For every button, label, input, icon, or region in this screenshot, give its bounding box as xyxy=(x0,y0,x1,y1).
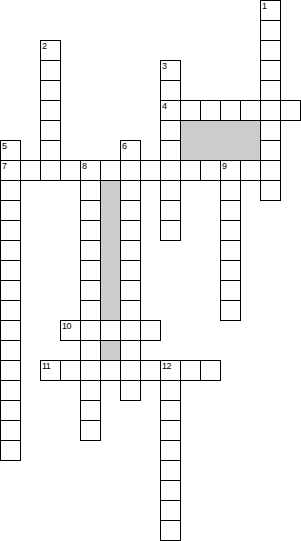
answer-cell[interactable] xyxy=(160,420,181,441)
answer-cell[interactable] xyxy=(180,160,201,181)
answer-cell[interactable] xyxy=(160,140,181,161)
answer-cell[interactable] xyxy=(80,300,101,321)
answer-cell[interactable] xyxy=(160,100,181,121)
answer-cell[interactable] xyxy=(100,360,121,381)
shaded-region xyxy=(180,120,261,161)
answer-cell[interactable] xyxy=(120,160,141,181)
answer-cell[interactable] xyxy=(60,320,81,341)
answer-cell[interactable] xyxy=(120,260,141,281)
answer-cell[interactable] xyxy=(120,360,141,381)
answer-cell[interactable] xyxy=(160,160,181,181)
answer-cell[interactable] xyxy=(40,40,61,61)
answer-cell[interactable] xyxy=(20,160,41,181)
answer-cell[interactable] xyxy=(80,360,101,381)
answer-cell[interactable] xyxy=(160,460,181,481)
answer-cell[interactable] xyxy=(280,100,301,121)
answer-cell[interactable] xyxy=(260,0,281,21)
answer-cell[interactable] xyxy=(160,120,181,141)
answer-cell[interactable] xyxy=(0,380,21,401)
answer-cell[interactable] xyxy=(160,60,181,81)
answer-cell[interactable] xyxy=(180,360,201,381)
answer-cell[interactable] xyxy=(260,20,281,41)
answer-cell[interactable] xyxy=(120,380,141,401)
answer-cell[interactable] xyxy=(180,100,201,121)
answer-cell[interactable] xyxy=(80,280,101,301)
answer-cell[interactable] xyxy=(160,200,181,221)
answer-cell[interactable] xyxy=(0,420,21,441)
answer-cell[interactable] xyxy=(220,240,241,261)
answer-cell[interactable] xyxy=(260,160,281,181)
answer-cell[interactable] xyxy=(120,220,141,241)
answer-cell[interactable] xyxy=(160,500,181,521)
answer-cell[interactable] xyxy=(120,240,141,261)
answer-cell[interactable] xyxy=(120,180,141,201)
answer-cell[interactable] xyxy=(220,160,241,181)
answer-cell[interactable] xyxy=(80,380,101,401)
answer-cell[interactable] xyxy=(160,440,181,461)
answer-cell[interactable] xyxy=(0,260,21,281)
answer-cell[interactable] xyxy=(220,300,241,321)
answer-cell[interactable] xyxy=(80,200,101,221)
answer-cell[interactable] xyxy=(120,340,141,361)
answer-cell[interactable] xyxy=(260,140,281,161)
answer-cell[interactable] xyxy=(0,360,21,381)
answer-cell[interactable] xyxy=(0,440,21,461)
answer-cell[interactable] xyxy=(260,120,281,141)
answer-cell[interactable] xyxy=(160,400,181,421)
answer-cell[interactable] xyxy=(40,80,61,101)
answer-cell[interactable] xyxy=(80,340,101,361)
answer-cell[interactable] xyxy=(220,200,241,221)
answer-cell[interactable] xyxy=(80,240,101,261)
answer-cell[interactable] xyxy=(160,220,181,241)
answer-cell[interactable] xyxy=(100,160,121,181)
answer-cell[interactable] xyxy=(220,220,241,241)
answer-cell[interactable] xyxy=(80,220,101,241)
answer-cell[interactable] xyxy=(0,200,21,221)
answer-cell[interactable] xyxy=(40,360,61,381)
answer-cell[interactable] xyxy=(220,260,241,281)
answer-cell[interactable] xyxy=(160,80,181,101)
answer-cell[interactable] xyxy=(260,40,281,61)
answer-cell[interactable] xyxy=(80,320,101,341)
answer-cell[interactable] xyxy=(40,120,61,141)
answer-cell[interactable] xyxy=(160,480,181,501)
answer-cell[interactable] xyxy=(220,100,241,121)
answer-cell[interactable] xyxy=(140,360,161,381)
answer-cell[interactable] xyxy=(40,160,61,181)
answer-cell[interactable] xyxy=(0,240,21,261)
answer-cell[interactable] xyxy=(240,160,261,181)
answer-cell[interactable] xyxy=(220,180,241,201)
answer-cell[interactable] xyxy=(40,100,61,121)
shaded-region xyxy=(100,180,121,321)
answer-cell[interactable] xyxy=(60,160,81,181)
answer-cell[interactable] xyxy=(200,160,221,181)
answer-cell[interactable] xyxy=(240,100,261,121)
answer-cell[interactable] xyxy=(160,180,181,201)
answer-cell[interactable] xyxy=(0,140,21,161)
answer-cell[interactable] xyxy=(120,140,141,161)
crossword-board: 123456789101112 xyxy=(0,0,301,541)
shaded-region xyxy=(100,340,121,361)
answer-cell[interactable] xyxy=(60,360,81,381)
answer-cell[interactable] xyxy=(140,160,161,181)
answer-cell[interactable] xyxy=(120,320,141,341)
answer-cell[interactable] xyxy=(120,300,141,321)
answer-cell[interactable] xyxy=(0,160,21,181)
answer-cell[interactable] xyxy=(0,280,21,301)
answer-cell[interactable] xyxy=(260,60,281,81)
answer-cell[interactable] xyxy=(260,80,281,101)
answer-cell[interactable] xyxy=(80,160,101,181)
answer-cell[interactable] xyxy=(120,200,141,221)
answer-cell[interactable] xyxy=(220,280,241,301)
answer-cell[interactable] xyxy=(0,180,21,201)
answer-cell[interactable] xyxy=(0,220,21,241)
answer-cell[interactable] xyxy=(40,60,61,81)
answer-cell[interactable] xyxy=(160,380,181,401)
answer-cell[interactable] xyxy=(140,320,161,341)
answer-cell[interactable] xyxy=(0,340,21,361)
answer-cell[interactable] xyxy=(0,300,21,321)
answer-cell[interactable] xyxy=(100,320,121,341)
answer-cell[interactable] xyxy=(40,140,61,161)
answer-cell[interactable] xyxy=(80,260,101,281)
answer-cell[interactable] xyxy=(160,520,181,541)
answer-cell[interactable] xyxy=(260,180,281,201)
answer-cell[interactable] xyxy=(0,400,21,421)
answer-cell[interactable] xyxy=(260,100,281,121)
answer-cell[interactable] xyxy=(160,360,181,381)
answer-cell[interactable] xyxy=(120,280,141,301)
answer-cell[interactable] xyxy=(200,100,221,121)
answer-cell[interactable] xyxy=(80,420,101,441)
answer-cell[interactable] xyxy=(80,180,101,201)
answer-cell[interactable] xyxy=(0,320,21,341)
answer-cell[interactable] xyxy=(200,360,221,381)
answer-cell[interactable] xyxy=(80,400,101,421)
